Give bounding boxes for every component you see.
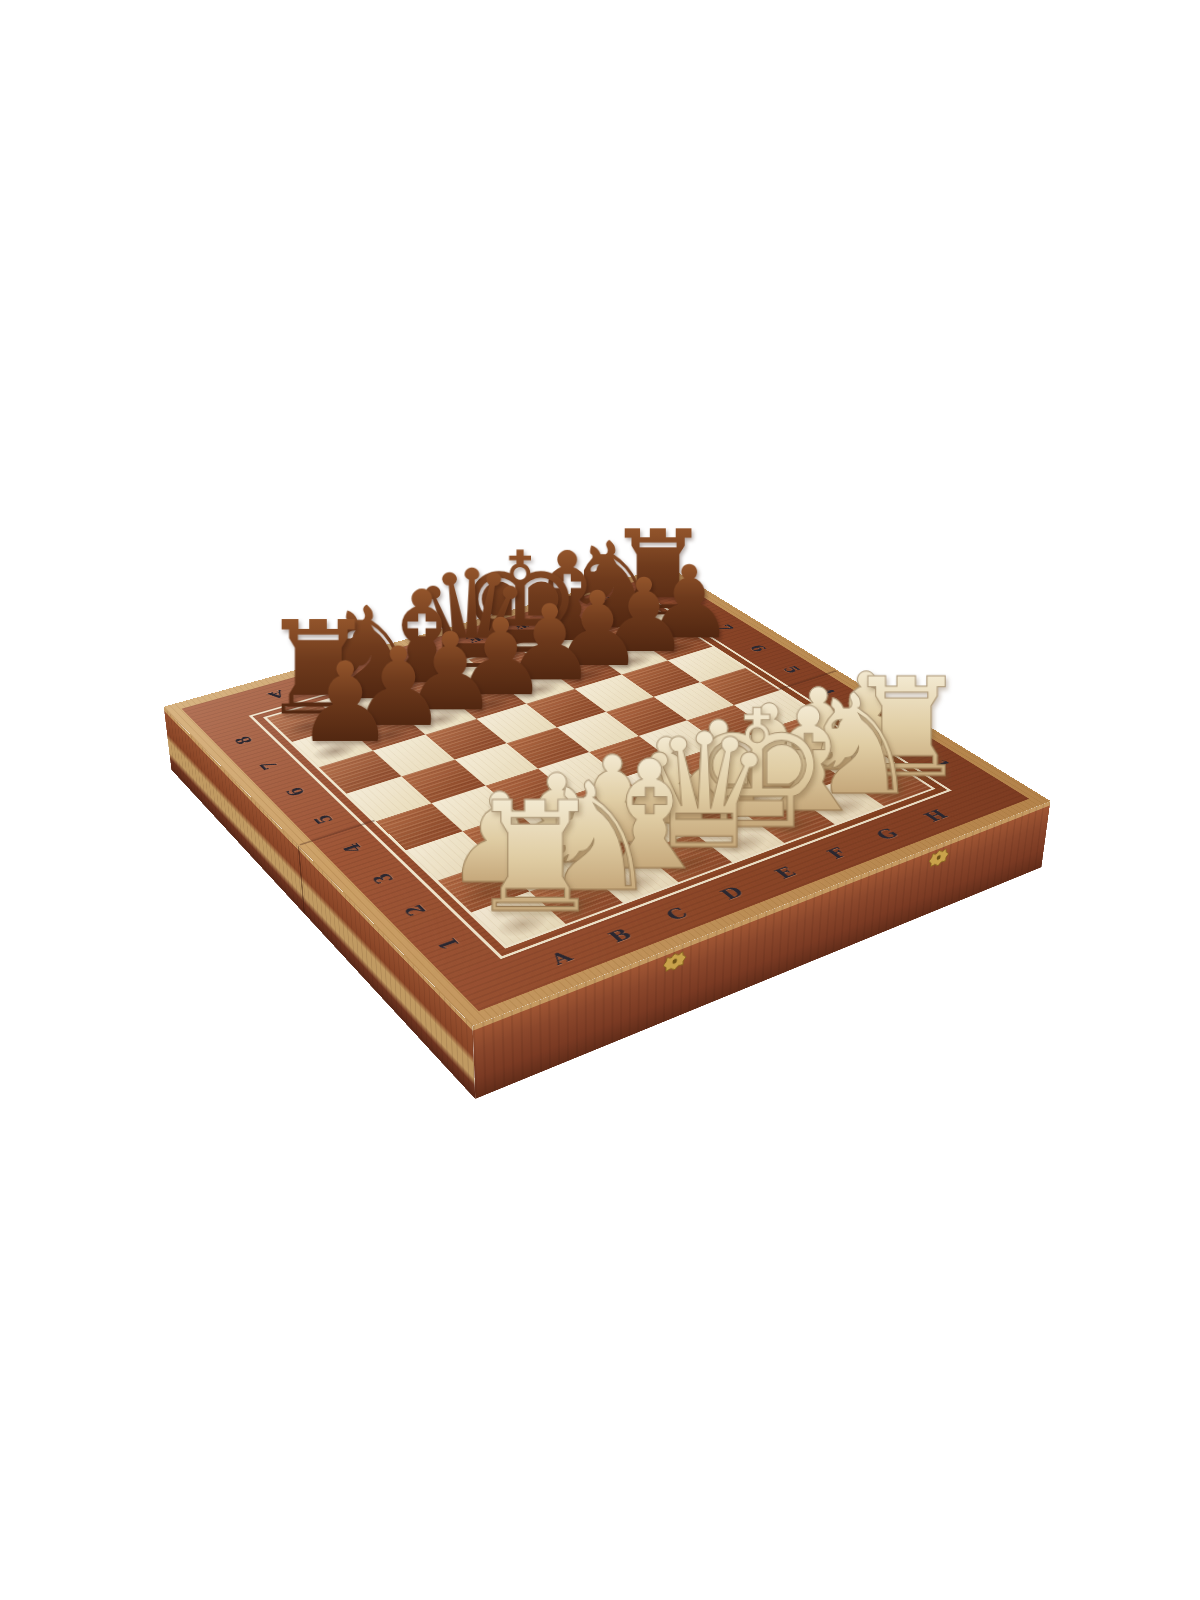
brass-clasp-icon xyxy=(927,845,950,870)
chessboard: ♜♞♝♛♚♝♞♜♟♟♟♟♟♟♟♟♟♟♟♟♟♟♟♟♜♞♝♛♚♝♞♜ AABBCCD… xyxy=(164,566,1051,1026)
brass-clasp-icon xyxy=(662,948,687,975)
board-top-face: ♜♞♝♛♚♝♞♜♟♟♟♟♟♟♟♟♟♟♟♟♟♟♟♟♜♞♝♛♚♝♞♜ AABBCCD… xyxy=(164,566,1051,1026)
piece-black-pawn-a7[interactable]: ♟ xyxy=(296,647,395,758)
chessboard-3d-stage: ♜♞♝♛♚♝♞♜♟♟♟♟♟♟♟♟♟♟♟♟♟♟♟♟♜♞♝♛♚♝♞♜ AABBCCD… xyxy=(269,432,909,1072)
fold-seam-side xyxy=(298,845,305,914)
piece-white-rook-a1[interactable]: ♜ xyxy=(467,781,604,934)
